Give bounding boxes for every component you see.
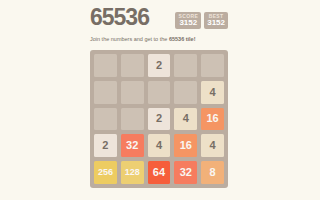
tile-4: 4 [148, 134, 171, 157]
tile-32: 32 [174, 161, 197, 184]
tile-256: 256 [94, 161, 117, 184]
tile-16: 16 [201, 108, 224, 131]
tile-2: 2 [94, 134, 117, 157]
best-box: BEST 3152 [204, 12, 228, 29]
tile-64: 64 [148, 161, 171, 184]
game-title: 65536 [90, 4, 149, 30]
empty-cell [201, 54, 224, 77]
empty-cell [121, 81, 144, 104]
empty-cell [94, 81, 117, 104]
score-box: SCORE 3152 [175, 12, 201, 29]
empty-cell [174, 54, 197, 77]
page: 65536 SCORE 3152 BEST 3152 Join the numb… [0, 0, 320, 200]
tile-32: 32 [121, 134, 144, 157]
tile-16: 16 [174, 134, 197, 157]
subtitle-text: Join the numbers and get to the [90, 36, 169, 42]
empty-cell [94, 108, 117, 131]
empty-cell [121, 54, 144, 77]
tile-128: 128 [121, 161, 144, 184]
best-value: 3152 [207, 19, 225, 27]
empty-cell [174, 81, 197, 104]
tile-4: 4 [201, 81, 224, 104]
board[interactable]: 242416232416425612864328 [90, 50, 228, 188]
empty-cell [121, 108, 144, 131]
empty-cell [148, 81, 171, 104]
subtitle: Join the numbers and get to the 65536 ti… [90, 36, 196, 43]
tile-4: 4 [201, 134, 224, 157]
subtitle-goal: 65536 tile! [169, 36, 196, 42]
tile-2: 2 [148, 108, 171, 131]
score-panel: SCORE 3152 BEST 3152 [175, 12, 228, 29]
score-value: 3152 [178, 19, 198, 27]
tile-4: 4 [174, 108, 197, 131]
empty-cell [94, 54, 117, 77]
tile-8: 8 [201, 161, 224, 184]
tile-2: 2 [148, 54, 171, 77]
